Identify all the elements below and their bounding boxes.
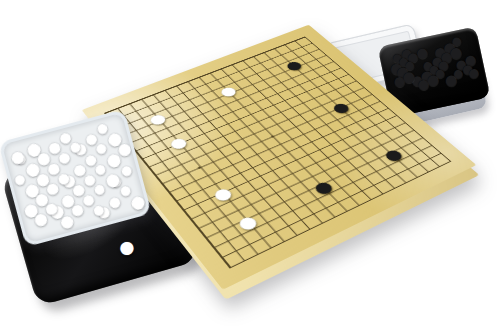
bowl-stone: ● — [116, 139, 134, 158]
bowl-stone: ● — [128, 192, 147, 212]
goban: ●●●●●●●●● — [130, 0, 415, 279]
go-set-photo: ● ●●●●●●●●●●●●●●●●●●●●●●●●●●●●●● ●●●●●●●… — [0, 0, 500, 333]
bowl-stone: ● — [92, 181, 106, 196]
bowl-stone: ● — [448, 43, 463, 59]
bowl-stone: ● — [467, 66, 480, 80]
bowl-stone: ● — [434, 67, 446, 80]
